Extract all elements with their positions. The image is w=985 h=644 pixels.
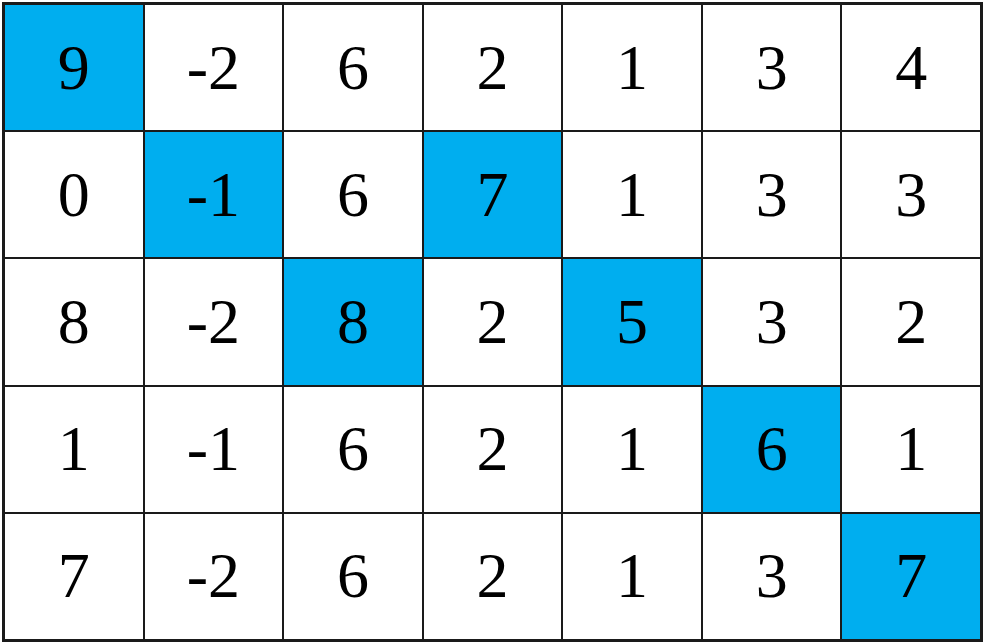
grid-cell: 1 xyxy=(563,5,701,130)
grid-cell: 8 xyxy=(5,259,143,384)
grid-cell: 2 xyxy=(842,259,980,384)
grid-cell: 3 xyxy=(842,132,980,257)
grid-cell: 6 xyxy=(284,132,422,257)
grid-cell: 2 xyxy=(424,514,562,639)
grid-cell: 2 xyxy=(424,259,562,384)
grid-cell: 2 xyxy=(424,387,562,512)
grid-cell: 3 xyxy=(703,132,841,257)
grid-cell-highlighted: 5 xyxy=(563,259,701,384)
grid-cell: 3 xyxy=(703,514,841,639)
grid-cell: -2 xyxy=(145,514,283,639)
grid-cell: 0 xyxy=(5,132,143,257)
grid-cell-highlighted: 8 xyxy=(284,259,422,384)
grid-cell: 6 xyxy=(284,387,422,512)
grid-cell: 3 xyxy=(703,5,841,130)
grid-cell: -2 xyxy=(145,259,283,384)
number-grid: 9-2621340-1671338-2825321-1621617-262137 xyxy=(2,2,983,642)
grid-cell-highlighted: 7 xyxy=(424,132,562,257)
grid-cell: 4 xyxy=(842,5,980,130)
grid-cell: -1 xyxy=(145,387,283,512)
grid-cell: 1 xyxy=(563,514,701,639)
grid-cell: 7 xyxy=(5,514,143,639)
grid-cell: -2 xyxy=(145,5,283,130)
grid-cell: 6 xyxy=(284,514,422,639)
grid-cell: 2 xyxy=(424,5,562,130)
grid-cell-highlighted: 9 xyxy=(5,5,143,130)
grid-cell-highlighted: 6 xyxy=(703,387,841,512)
grid-cell-highlighted: -1 xyxy=(145,132,283,257)
grid-cell: 1 xyxy=(5,387,143,512)
grid-cell: 1 xyxy=(563,387,701,512)
grid-cell: 3 xyxy=(703,259,841,384)
grid-cell: 1 xyxy=(842,387,980,512)
grid-cell-highlighted: 7 xyxy=(842,514,980,639)
grid-cell: 1 xyxy=(563,132,701,257)
grid-cell: 6 xyxy=(284,5,422,130)
